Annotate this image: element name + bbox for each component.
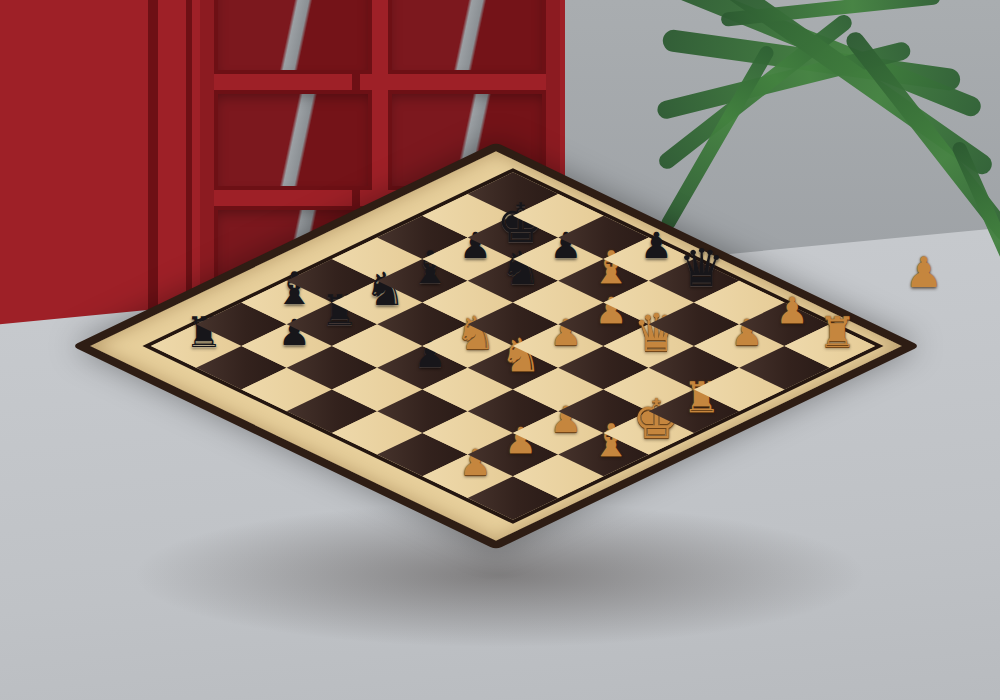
white-pawn-on-border[interactable]: ♟	[905, 248, 943, 297]
cabinet-groove	[148, 0, 158, 330]
photo-scene: ♜♝♟♜♞♝♟♚♞♟♟♞♝♟♞♟♟♛♛♟♟♟♟♟♝♚♜♜ ♟	[0, 0, 1000, 700]
window-pane	[214, 0, 372, 74]
palm-leaf	[843, 29, 1000, 245]
cabinet-groove	[186, 0, 192, 330]
window-pane	[214, 90, 372, 190]
white-rook-h1[interactable]: ♜	[805, 301, 869, 365]
palm-leaf	[659, 44, 776, 233]
window-pane	[388, 0, 546, 74]
